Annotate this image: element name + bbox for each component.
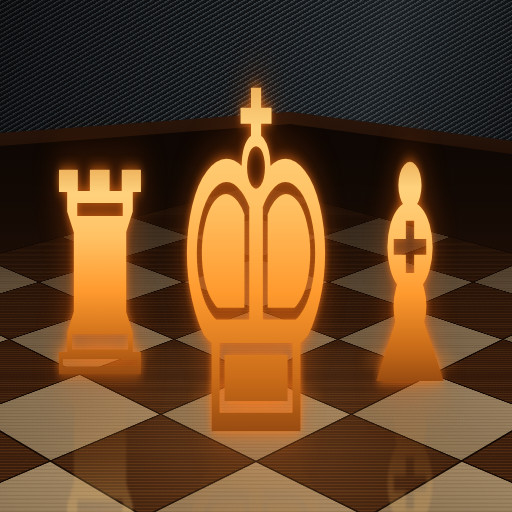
rook-piece[interactable]: ♜	[35, 137, 166, 417]
chess-scene: ♜ ♚ ♝ ♜ ♚ ♝	[0, 0, 512, 512]
bishop-piece[interactable]: ♝	[345, 128, 474, 428]
king-piece[interactable]: ♚	[168, 34, 345, 504]
